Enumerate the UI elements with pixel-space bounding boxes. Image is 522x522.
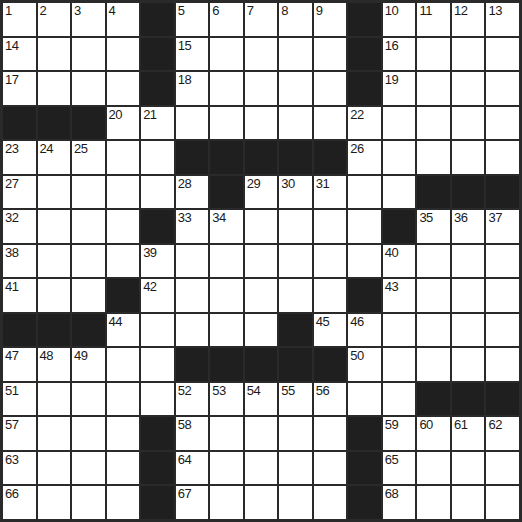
white-cell[interactable] [314, 210, 347, 243]
white-cell[interactable] [452, 107, 485, 140]
white-cell[interactable] [72, 452, 105, 485]
white-cell[interactable] [38, 417, 71, 450]
white-cell[interactable] [486, 107, 519, 140]
clue-number: 67 [178, 486, 191, 501]
white-cell[interactable] [72, 417, 105, 450]
white-cell[interactable] [348, 210, 381, 243]
white-cell[interactable]: 19 [383, 72, 416, 105]
white-cell[interactable]: 6 [210, 3, 243, 36]
clue-number: 5 [178, 3, 185, 18]
white-cell[interactable]: 33 [176, 210, 209, 243]
white-cell[interactable] [383, 176, 416, 209]
clue-number: 58 [178, 417, 191, 432]
black-cell [486, 383, 519, 416]
white-cell[interactable]: 2 [38, 3, 71, 36]
white-cell[interactable] [314, 486, 347, 519]
clue-number: 9 [316, 3, 323, 18]
black-cell [210, 176, 243, 209]
clue-number: 61 [454, 417, 467, 432]
white-cell[interactable]: 63 [3, 452, 36, 485]
white-cell[interactable] [107, 245, 140, 278]
white-cell[interactable]: 14 [3, 38, 36, 71]
white-cell[interactable] [486, 38, 519, 71]
black-cell [210, 141, 243, 174]
white-cell[interactable] [417, 452, 450, 485]
white-cell[interactable]: 12 [452, 3, 485, 36]
white-cell[interactable]: 8 [279, 3, 312, 36]
white-cell[interactable] [107, 72, 140, 105]
white-cell[interactable]: 54 [245, 383, 278, 416]
black-cell [348, 279, 381, 312]
black-cell [38, 314, 71, 347]
clue-number: 49 [74, 348, 87, 363]
white-cell[interactable]: 10 [383, 3, 416, 36]
white-cell[interactable] [314, 72, 347, 105]
white-cell[interactable]: 22 [348, 107, 381, 140]
white-cell[interactable] [383, 314, 416, 347]
white-cell[interactable] [486, 314, 519, 347]
clue-number: 38 [5, 245, 18, 260]
white-cell[interactable] [486, 279, 519, 312]
white-cell[interactable]: 64 [176, 452, 209, 485]
clue-number: 3 [74, 3, 81, 18]
white-cell[interactable] [314, 417, 347, 450]
white-cell[interactable] [486, 486, 519, 519]
white-cell[interactable]: 51 [3, 383, 36, 416]
white-cell[interactable] [383, 383, 416, 416]
white-cell[interactable]: 46 [348, 314, 381, 347]
white-cell[interactable] [245, 107, 278, 140]
clue-number: 7 [247, 3, 254, 18]
clue-number: 28 [178, 176, 191, 191]
white-cell[interactable] [417, 107, 450, 140]
white-cell[interactable] [245, 417, 278, 450]
white-cell[interactable]: 41 [3, 279, 36, 312]
white-cell[interactable] [245, 38, 278, 71]
white-cell[interactable] [72, 72, 105, 105]
clue-number: 51 [5, 383, 18, 398]
white-cell[interactable] [452, 348, 485, 381]
white-cell[interactable]: 52 [176, 383, 209, 416]
white-cell[interactable] [452, 141, 485, 174]
white-cell[interactable] [245, 72, 278, 105]
clue-number: 19 [385, 72, 398, 87]
clue-number: 36 [454, 210, 467, 225]
black-cell [72, 107, 105, 140]
white-cell[interactable] [72, 176, 105, 209]
white-cell[interactable] [176, 279, 209, 312]
white-cell[interactable] [210, 38, 243, 71]
white-cell[interactable] [314, 245, 347, 278]
white-cell[interactable]: 3 [72, 3, 105, 36]
clue-number: 6 [212, 3, 219, 18]
black-cell [383, 210, 416, 243]
white-cell[interactable] [245, 279, 278, 312]
clue-number: 48 [40, 348, 53, 363]
white-cell[interactable] [314, 107, 347, 140]
clue-number: 43 [385, 279, 398, 294]
white-cell[interactable] [72, 279, 105, 312]
white-cell[interactable] [141, 383, 174, 416]
white-cell[interactable]: 56 [314, 383, 347, 416]
white-cell[interactable] [452, 38, 485, 71]
clue-number: 63 [5, 452, 18, 467]
clue-number: 57 [5, 417, 18, 432]
white-cell[interactable] [245, 314, 278, 347]
white-cell[interactable]: 36 [452, 210, 485, 243]
white-cell[interactable] [486, 141, 519, 174]
clue-number: 24 [40, 141, 53, 156]
white-cell[interactable] [417, 314, 450, 347]
clue-number: 10 [385, 3, 398, 18]
white-cell[interactable]: 34 [210, 210, 243, 243]
white-cell[interactable] [72, 383, 105, 416]
white-cell[interactable] [210, 279, 243, 312]
black-cell [486, 176, 519, 209]
black-cell [348, 452, 381, 485]
white-cell[interactable] [38, 279, 71, 312]
white-cell[interactable]: 38 [3, 245, 36, 278]
white-cell[interactable]: 44 [107, 314, 140, 347]
clue-number: 45 [316, 314, 329, 329]
black-cell [348, 38, 381, 71]
clue-number: 37 [488, 210, 501, 225]
clue-number: 27 [5, 176, 18, 191]
clue-number: 21 [143, 107, 156, 122]
white-cell[interactable] [141, 314, 174, 347]
white-cell[interactable] [72, 245, 105, 278]
white-cell[interactable] [452, 486, 485, 519]
white-cell[interactable] [383, 348, 416, 381]
white-cell[interactable]: 67 [176, 486, 209, 519]
white-cell[interactable] [107, 383, 140, 416]
white-cell[interactable] [417, 72, 450, 105]
white-cell[interactable] [176, 107, 209, 140]
white-cell[interactable]: 68 [383, 486, 416, 519]
white-cell[interactable]: 66 [3, 486, 36, 519]
white-cell[interactable] [383, 141, 416, 174]
white-cell[interactable] [452, 279, 485, 312]
black-cell [141, 210, 174, 243]
clue-number: 13 [488, 3, 501, 18]
black-cell [3, 314, 36, 347]
white-cell[interactable] [38, 176, 71, 209]
white-cell[interactable]: 15 [176, 38, 209, 71]
white-cell[interactable]: 39 [141, 245, 174, 278]
white-cell[interactable]: 60 [417, 417, 450, 450]
white-cell[interactable] [210, 486, 243, 519]
white-cell[interactable] [107, 38, 140, 71]
white-cell[interactable] [107, 176, 140, 209]
white-cell[interactable] [452, 245, 485, 278]
clue-number: 32 [5, 210, 18, 225]
white-cell[interactable] [210, 245, 243, 278]
white-cell[interactable] [279, 417, 312, 450]
white-cell[interactable]: 43 [383, 279, 416, 312]
white-cell[interactable] [279, 486, 312, 519]
black-cell [348, 486, 381, 519]
black-cell [38, 107, 71, 140]
black-cell [279, 314, 312, 347]
white-cell[interactable] [141, 141, 174, 174]
white-cell[interactable] [417, 486, 450, 519]
clue-number: 47 [5, 348, 18, 363]
black-cell [314, 141, 347, 174]
white-cell[interactable] [107, 486, 140, 519]
clue-number: 18 [178, 72, 191, 87]
white-cell[interactable] [314, 38, 347, 71]
clue-number: 30 [281, 176, 294, 191]
white-cell[interactable] [417, 348, 450, 381]
white-cell[interactable] [107, 210, 140, 243]
clue-number: 59 [385, 417, 398, 432]
clue-number: 56 [316, 383, 329, 398]
white-cell[interactable] [486, 348, 519, 381]
white-cell[interactable]: 23 [3, 141, 36, 174]
white-cell[interactable]: 62 [486, 417, 519, 450]
clue-number: 14 [5, 38, 18, 53]
white-cell[interactable] [245, 452, 278, 485]
white-cell[interactable] [210, 72, 243, 105]
white-cell[interactable]: 24 [38, 141, 71, 174]
white-cell[interactable] [279, 279, 312, 312]
black-cell [72, 314, 105, 347]
white-cell[interactable] [176, 314, 209, 347]
clue-number: 53 [212, 383, 225, 398]
clue-number: 31 [316, 176, 329, 191]
black-cell [210, 348, 243, 381]
white-cell[interactable]: 5 [176, 3, 209, 36]
clue-number: 4 [109, 3, 116, 18]
black-cell [279, 348, 312, 381]
white-cell[interactable] [176, 245, 209, 278]
black-cell [141, 38, 174, 71]
white-cell[interactable] [452, 452, 485, 485]
white-cell[interactable]: 40 [383, 245, 416, 278]
white-cell[interactable]: 32 [3, 210, 36, 243]
white-cell[interactable] [314, 279, 347, 312]
white-cell[interactable] [417, 245, 450, 278]
white-cell[interactable]: 27 [3, 176, 36, 209]
white-cell[interactable]: 37 [486, 210, 519, 243]
black-cell [279, 141, 312, 174]
clue-number: 12 [454, 3, 467, 18]
white-cell[interactable]: 13 [486, 3, 519, 36]
white-cell[interactable] [141, 176, 174, 209]
white-cell[interactable] [38, 38, 71, 71]
clue-number: 62 [488, 417, 501, 432]
clue-number: 29 [247, 176, 260, 191]
white-cell[interactable] [107, 452, 140, 485]
clue-number: 2 [40, 3, 47, 18]
white-cell[interactable]: 17 [3, 72, 36, 105]
white-cell[interactable] [348, 383, 381, 416]
clue-number: 23 [5, 141, 18, 156]
white-cell[interactable] [107, 417, 140, 450]
white-cell[interactable]: 59 [383, 417, 416, 450]
white-cell[interactable] [245, 245, 278, 278]
clue-number: 34 [212, 210, 225, 225]
clue-number: 46 [350, 314, 363, 329]
white-cell[interactable]: 49 [72, 348, 105, 381]
white-cell[interactable] [383, 107, 416, 140]
clue-number: 17 [5, 72, 18, 87]
white-cell[interactable] [486, 72, 519, 105]
white-cell[interactable] [279, 210, 312, 243]
white-cell[interactable] [486, 452, 519, 485]
white-cell[interactable] [210, 452, 243, 485]
white-cell[interactable]: 42 [141, 279, 174, 312]
black-cell [3, 107, 36, 140]
clue-number: 39 [143, 245, 156, 260]
white-cell[interactable] [38, 486, 71, 519]
black-cell [141, 452, 174, 485]
white-cell[interactable] [38, 210, 71, 243]
clue-number: 22 [350, 107, 363, 122]
white-cell[interactable] [279, 107, 312, 140]
black-cell [417, 383, 450, 416]
clue-number: 15 [178, 38, 191, 53]
white-cell[interactable]: 21 [141, 107, 174, 140]
clue-number: 11 [419, 3, 432, 18]
white-cell[interactable]: 58 [176, 417, 209, 450]
white-cell[interactable]: 53 [210, 383, 243, 416]
black-cell [141, 72, 174, 105]
clue-number: 20 [109, 107, 122, 122]
white-cell[interactable] [452, 72, 485, 105]
white-cell[interactable]: 47 [3, 348, 36, 381]
clue-number: 68 [385, 486, 398, 501]
white-cell[interactable] [417, 38, 450, 71]
white-cell[interactable]: 18 [176, 72, 209, 105]
white-cell[interactable] [279, 245, 312, 278]
white-cell[interactable]: 28 [176, 176, 209, 209]
clue-number: 26 [350, 141, 363, 156]
black-cell [314, 348, 347, 381]
white-cell[interactable]: 1 [3, 3, 36, 36]
white-cell[interactable]: 35 [417, 210, 450, 243]
white-cell[interactable]: 20 [107, 107, 140, 140]
white-cell[interactable] [348, 176, 381, 209]
white-cell[interactable]: 26 [348, 141, 381, 174]
clue-number: 25 [74, 141, 87, 156]
black-cell [452, 176, 485, 209]
white-cell[interactable]: 16 [383, 38, 416, 71]
black-cell [141, 417, 174, 450]
black-cell [176, 141, 209, 174]
black-cell [176, 348, 209, 381]
clue-number: 16 [385, 38, 398, 53]
clue-number: 50 [350, 348, 363, 363]
white-cell[interactable] [417, 279, 450, 312]
black-cell [417, 176, 450, 209]
clue-number: 44 [109, 314, 122, 329]
white-cell[interactable]: 61 [452, 417, 485, 450]
white-cell[interactable] [72, 210, 105, 243]
white-cell[interactable]: 57 [3, 417, 36, 450]
white-cell[interactable] [107, 141, 140, 174]
black-cell [245, 348, 278, 381]
white-cell[interactable] [38, 72, 71, 105]
clue-number: 66 [5, 486, 18, 501]
black-cell [245, 141, 278, 174]
white-cell[interactable] [72, 486, 105, 519]
black-cell [107, 279, 140, 312]
clue-number: 54 [247, 383, 260, 398]
white-cell[interactable] [210, 107, 243, 140]
white-cell[interactable] [279, 72, 312, 105]
white-cell[interactable]: 29 [245, 176, 278, 209]
white-cell[interactable] [38, 383, 71, 416]
white-cell[interactable] [38, 452, 71, 485]
white-cell[interactable]: 7 [245, 3, 278, 36]
white-cell[interactable] [348, 245, 381, 278]
white-cell[interactable] [417, 141, 450, 174]
white-cell[interactable]: 9 [314, 3, 347, 36]
white-cell[interactable]: 25 [72, 141, 105, 174]
black-cell [452, 383, 485, 416]
white-cell[interactable] [245, 486, 278, 519]
white-cell[interactable]: 50 [348, 348, 381, 381]
white-cell[interactable] [245, 210, 278, 243]
white-cell[interactable] [486, 245, 519, 278]
clue-number: 65 [385, 452, 398, 467]
clue-number: 1 [5, 3, 12, 18]
white-cell[interactable]: 11 [417, 3, 450, 36]
white-cell[interactable]: 30 [279, 176, 312, 209]
white-cell[interactable] [141, 348, 174, 381]
white-cell[interactable] [210, 417, 243, 450]
white-cell[interactable] [210, 314, 243, 347]
white-cell[interactable] [452, 314, 485, 347]
black-cell [141, 486, 174, 519]
white-cell[interactable] [107, 348, 140, 381]
white-cell[interactable] [279, 452, 312, 485]
white-cell[interactable]: 65 [383, 452, 416, 485]
clue-number: 41 [5, 279, 18, 294]
white-cell[interactable]: 4 [107, 3, 140, 36]
black-cell [348, 72, 381, 105]
clue-number: 55 [281, 383, 294, 398]
clue-number: 60 [419, 417, 432, 432]
black-cell [348, 417, 381, 450]
clue-number: 42 [143, 279, 156, 294]
white-cell[interactable] [279, 38, 312, 71]
white-cell[interactable]: 55 [279, 383, 312, 416]
white-cell[interactable]: 45 [314, 314, 347, 347]
white-cell[interactable] [314, 452, 347, 485]
black-cell [141, 3, 174, 36]
white-cell[interactable] [38, 245, 71, 278]
white-cell[interactable]: 48 [38, 348, 71, 381]
clue-number: 64 [178, 452, 191, 467]
clue-number: 35 [419, 210, 432, 225]
clue-number: 52 [178, 383, 191, 398]
white-cell[interactable]: 31 [314, 176, 347, 209]
white-cell[interactable] [72, 38, 105, 71]
crossword-grid: 1234567891011121314151617181920212223242… [0, 0, 522, 522]
clue-number: 40 [385, 245, 398, 260]
clue-number: 33 [178, 210, 191, 225]
clue-number: 8 [281, 3, 288, 18]
black-cell [348, 3, 381, 36]
